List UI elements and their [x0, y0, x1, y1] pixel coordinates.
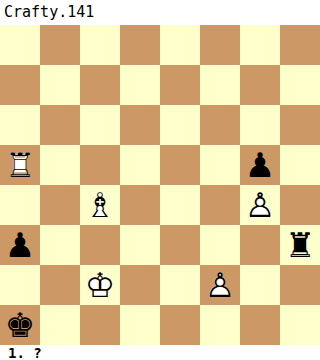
piece-white-rook[interactable]: ♜♖: [0, 145, 40, 185]
piece-glyph: ♜: [280, 225, 320, 265]
square-g4[interactable]: ♟♙: [240, 185, 280, 225]
square-a1[interactable]: ♚: [0, 305, 40, 345]
square-a8[interactable]: [0, 25, 40, 65]
piece-white-king[interactable]: ♚♔: [80, 265, 120, 305]
piece-glyph: ♚: [0, 305, 40, 345]
square-h3[interactable]: ♜: [280, 225, 320, 265]
square-f6[interactable]: [200, 105, 240, 145]
square-g6[interactable]: [240, 105, 280, 145]
piece-outline: ♔: [80, 265, 120, 305]
square-c6[interactable]: [80, 105, 120, 145]
square-a4[interactable]: [0, 185, 40, 225]
square-h7[interactable]: [280, 65, 320, 105]
square-c4[interactable]: ♝♗: [80, 185, 120, 225]
piece-outline: ♙: [240, 185, 280, 225]
square-f2[interactable]: ♟♙: [200, 265, 240, 305]
piece-black-pawn[interactable]: ♟: [240, 145, 280, 185]
piece-outline: ♗: [80, 185, 120, 225]
square-c1[interactable]: [80, 305, 120, 345]
square-c5[interactable]: [80, 145, 120, 185]
square-f4[interactable]: [200, 185, 240, 225]
square-f1[interactable]: [200, 305, 240, 345]
square-g8[interactable]: [240, 25, 280, 65]
piece-outline: ♖: [0, 145, 40, 185]
square-c2[interactable]: ♚♔: [80, 265, 120, 305]
square-f7[interactable]: [200, 65, 240, 105]
piece-glyph: ♟: [0, 225, 40, 265]
square-b4[interactable]: [40, 185, 80, 225]
square-b7[interactable]: [40, 65, 80, 105]
square-e7[interactable]: [160, 65, 200, 105]
square-e5[interactable]: [160, 145, 200, 185]
square-b2[interactable]: [40, 265, 80, 305]
square-d1[interactable]: [120, 305, 160, 345]
square-f5[interactable]: [200, 145, 240, 185]
square-a7[interactable]: [0, 65, 40, 105]
square-d2[interactable]: [120, 265, 160, 305]
move-prompt-bar: 1. ?: [0, 345, 320, 360]
square-e2[interactable]: [160, 265, 200, 305]
square-h5[interactable]: [280, 145, 320, 185]
square-d5[interactable]: [120, 145, 160, 185]
square-h8[interactable]: [280, 25, 320, 65]
square-h2[interactable]: [280, 265, 320, 305]
square-d3[interactable]: [120, 225, 160, 265]
move-prompt: 1. ?: [8, 345, 42, 360]
square-c8[interactable]: [80, 25, 120, 65]
square-h1[interactable]: [280, 305, 320, 345]
piece-glyph: ♟: [240, 145, 280, 185]
piece-black-king[interactable]: ♚: [0, 305, 40, 345]
chess-window: Crafty.141 ♜♖♟♝♗♟♙♟♜♚♔♟♙♚ 1. ?: [0, 0, 320, 360]
piece-white-bishop[interactable]: ♝♗: [80, 185, 120, 225]
window-title-bar: Crafty.141: [0, 0, 320, 25]
piece-white-pawn[interactable]: ♟♙: [200, 265, 240, 305]
square-e3[interactable]: [160, 225, 200, 265]
square-g2[interactable]: [240, 265, 280, 305]
page-title: Crafty.141: [4, 0, 94, 25]
square-c7[interactable]: [80, 65, 120, 105]
square-b8[interactable]: [40, 25, 80, 65]
square-b5[interactable]: [40, 145, 80, 185]
square-g5[interactable]: ♟: [240, 145, 280, 185]
chess-board: ♜♖♟♝♗♟♙♟♜♚♔♟♙♚: [0, 25, 320, 345]
square-b6[interactable]: [40, 105, 80, 145]
square-h6[interactable]: [280, 105, 320, 145]
square-c3[interactable]: [80, 225, 120, 265]
square-a3[interactable]: ♟: [0, 225, 40, 265]
square-e1[interactable]: [160, 305, 200, 345]
square-a5[interactable]: ♜♖: [0, 145, 40, 185]
square-e8[interactable]: [160, 25, 200, 65]
piece-white-pawn[interactable]: ♟♙: [240, 185, 280, 225]
piece-black-rook[interactable]: ♜: [280, 225, 320, 265]
square-g1[interactable]: [240, 305, 280, 345]
piece-outline: ♙: [200, 265, 240, 305]
square-d6[interactable]: [120, 105, 160, 145]
square-g7[interactable]: [240, 65, 280, 105]
square-b1[interactable]: [40, 305, 80, 345]
square-f8[interactable]: [200, 25, 240, 65]
square-e4[interactable]: [160, 185, 200, 225]
square-g3[interactable]: [240, 225, 280, 265]
square-b3[interactable]: [40, 225, 80, 265]
square-f3[interactable]: [200, 225, 240, 265]
square-d8[interactable]: [120, 25, 160, 65]
square-a6[interactable]: [0, 105, 40, 145]
square-e6[interactable]: [160, 105, 200, 145]
square-h4[interactable]: [280, 185, 320, 225]
square-a2[interactable]: [0, 265, 40, 305]
square-d4[interactable]: [120, 185, 160, 225]
piece-black-pawn[interactable]: ♟: [0, 225, 40, 265]
square-d7[interactable]: [120, 65, 160, 105]
